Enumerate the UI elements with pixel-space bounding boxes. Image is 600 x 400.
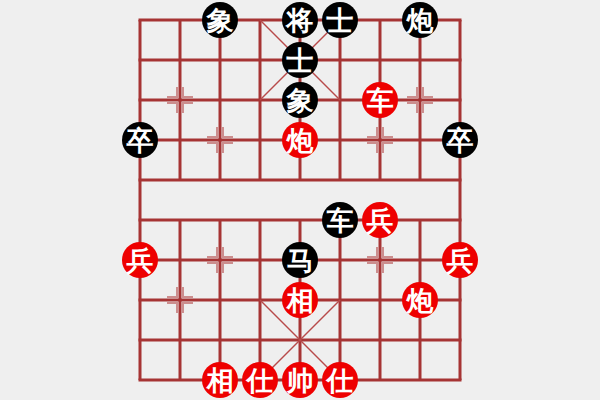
point-marker-corner [207, 247, 218, 258]
red-elephant-piece[interactable]: 相 [282, 282, 318, 318]
point-marker-corner [222, 142, 233, 153]
black-soldier-piece[interactable]: 卒 [122, 122, 158, 158]
point-marker-corner [207, 127, 218, 138]
point-marker-corner [207, 142, 218, 153]
point-marker-corner [182, 102, 193, 113]
xiangqi-board: 象将士炮士象车卒炮卒车兵兵马兵相炮相仕帅仕 [0, 0, 600, 400]
point-marker-corner [382, 262, 393, 273]
point-marker-corner [207, 262, 218, 273]
point-marker-corner [182, 287, 193, 298]
black-advisor-piece[interactable]: 士 [322, 2, 358, 38]
point-marker-corner [407, 102, 418, 113]
point-marker [367, 127, 393, 153]
point-marker-corner [382, 127, 393, 138]
point-marker-corner [422, 87, 433, 98]
red-advisor-piece[interactable]: 仕 [322, 362, 358, 398]
point-marker-corner [167, 87, 178, 98]
point-marker-corner [182, 302, 193, 313]
black-horse-piece[interactable]: 马 [282, 242, 318, 278]
point-marker [407, 87, 433, 113]
point-marker-corner [167, 287, 178, 298]
point-marker-corner [422, 102, 433, 113]
black-cannon-piece[interactable]: 炮 [402, 2, 438, 38]
point-marker-corner [367, 127, 378, 138]
point-marker-corner [182, 87, 193, 98]
point-marker-corner [222, 127, 233, 138]
point-marker-corner [367, 247, 378, 258]
point-marker-corner [167, 102, 178, 113]
point-marker [167, 287, 193, 313]
point-marker [367, 247, 393, 273]
point-marker-corner [382, 142, 393, 153]
red-soldier-piece[interactable]: 兵 [362, 202, 398, 238]
point-marker-corner [367, 142, 378, 153]
point-marker-corner [367, 262, 378, 273]
red-chariot-piece[interactable]: 车 [362, 82, 398, 118]
red-cannon-piece[interactable]: 炮 [402, 282, 438, 318]
black-elephant-piece[interactable]: 象 [202, 2, 238, 38]
point-marker-corner [382, 247, 393, 258]
red-cannon-piece[interactable]: 炮 [282, 122, 318, 158]
point-marker [207, 247, 233, 273]
red-elephant-piece[interactable]: 相 [202, 362, 238, 398]
point-marker [207, 127, 233, 153]
black-elephant-piece[interactable]: 象 [282, 82, 318, 118]
black-chariot-piece[interactable]: 车 [322, 202, 358, 238]
red-general-piece[interactable]: 帅 [282, 362, 318, 398]
point-marker-corner [407, 87, 418, 98]
black-soldier-piece[interactable]: 卒 [442, 122, 478, 158]
black-general-piece[interactable]: 将 [282, 2, 318, 38]
black-advisor-piece[interactable]: 士 [282, 42, 318, 78]
red-soldier-piece[interactable]: 兵 [122, 242, 158, 278]
red-soldier-piece[interactable]: 兵 [442, 242, 478, 278]
red-advisor-piece[interactable]: 仕 [242, 362, 278, 398]
point-marker-corner [222, 262, 233, 273]
point-marker-corner [222, 247, 233, 258]
point-marker [167, 87, 193, 113]
point-marker-corner [167, 302, 178, 313]
